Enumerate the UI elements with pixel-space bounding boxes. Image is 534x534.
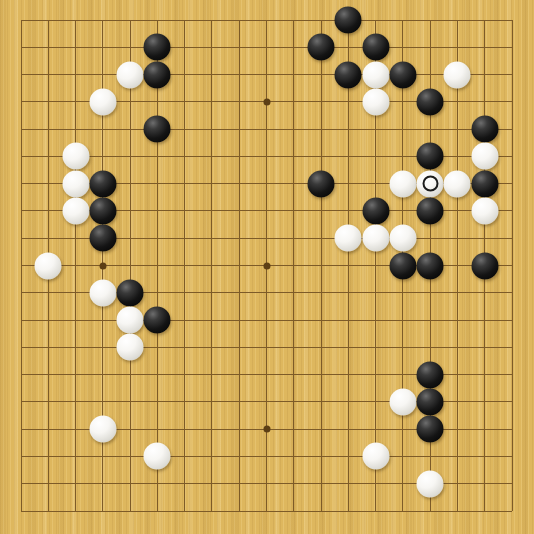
black-stone[interactable]: [144, 116, 171, 143]
black-stone[interactable]: [417, 143, 444, 170]
black-stone[interactable]: [308, 34, 335, 61]
black-stone[interactable]: [471, 170, 498, 197]
black-stone[interactable]: [144, 307, 171, 334]
grid-line-horizontal: [21, 347, 512, 348]
grid-line-vertical: [293, 20, 294, 511]
star-point: [263, 262, 270, 269]
white-stone[interactable]: [362, 61, 389, 88]
white-stone[interactable]: [89, 416, 116, 443]
black-stone[interactable]: [417, 416, 444, 443]
grid-line-vertical: [348, 20, 349, 511]
star-point: [263, 426, 270, 433]
black-stone[interactable]: [335, 7, 362, 34]
black-stone[interactable]: [144, 61, 171, 88]
black-stone[interactable]: [417, 252, 444, 279]
white-stone-last-move[interactable]: [417, 170, 444, 197]
grid-line-horizontal: [21, 320, 512, 321]
black-stone[interactable]: [362, 197, 389, 224]
grid-line-vertical: [512, 20, 513, 511]
grid-line-horizontal: [21, 456, 512, 457]
white-stone[interactable]: [444, 170, 471, 197]
white-stone[interactable]: [362, 443, 389, 470]
white-stone[interactable]: [117, 307, 144, 334]
black-stone[interactable]: [117, 279, 144, 306]
white-stone[interactable]: [389, 225, 416, 252]
black-stone[interactable]: [362, 34, 389, 61]
white-stone[interactable]: [89, 279, 116, 306]
white-stone[interactable]: [335, 225, 362, 252]
white-stone[interactable]: [471, 197, 498, 224]
grid-line-vertical: [457, 20, 458, 511]
white-stone[interactable]: [389, 170, 416, 197]
black-stone[interactable]: [335, 61, 362, 88]
white-stone[interactable]: [89, 88, 116, 115]
black-stone[interactable]: [389, 252, 416, 279]
star-point: [263, 98, 270, 105]
white-stone[interactable]: [62, 143, 89, 170]
black-stone[interactable]: [471, 116, 498, 143]
white-stone[interactable]: [62, 197, 89, 224]
black-stone[interactable]: [144, 34, 171, 61]
go-board[interactable]: [0, 0, 534, 534]
white-stone[interactable]: [471, 143, 498, 170]
black-stone[interactable]: [417, 88, 444, 115]
grid-line-vertical: [321, 20, 322, 511]
white-stone[interactable]: [117, 334, 144, 361]
black-stone[interactable]: [471, 252, 498, 279]
white-stone[interactable]: [362, 225, 389, 252]
white-stone[interactable]: [117, 61, 144, 88]
white-stone[interactable]: [144, 443, 171, 470]
black-stone[interactable]: [389, 61, 416, 88]
white-stone[interactable]: [389, 388, 416, 415]
white-stone[interactable]: [444, 61, 471, 88]
white-stone[interactable]: [62, 170, 89, 197]
black-stone[interactable]: [417, 361, 444, 388]
black-stone[interactable]: [417, 388, 444, 415]
black-stone[interactable]: [417, 197, 444, 224]
white-stone[interactable]: [362, 88, 389, 115]
black-stone[interactable]: [89, 197, 116, 224]
black-stone[interactable]: [89, 225, 116, 252]
black-stone[interactable]: [89, 170, 116, 197]
star-point: [99, 262, 106, 269]
white-stone[interactable]: [35, 252, 62, 279]
white-stone[interactable]: [417, 470, 444, 497]
black-stone[interactable]: [308, 170, 335, 197]
last-move-marker: [422, 176, 438, 192]
grid-line-horizontal: [21, 511, 512, 512]
